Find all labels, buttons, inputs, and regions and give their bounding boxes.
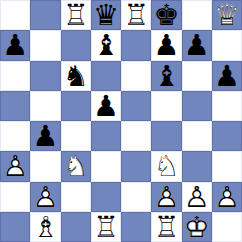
piece-white-bishop: ♗ xyxy=(30,212,60,242)
piece-white-pawn: ♙ xyxy=(0,151,30,181)
piece-white-rook-fill: ♜ xyxy=(61,0,91,30)
square-h7[interactable] xyxy=(212,30,242,60)
piece-white-pawn-fill: ♟ xyxy=(151,182,181,212)
piece-black-pawn: ♟ xyxy=(0,30,30,60)
piece-black-bishop: ♝ xyxy=(151,61,181,91)
square-g7[interactable]: ♟ xyxy=(182,30,212,60)
square-d2[interactable] xyxy=(91,182,121,212)
square-c2[interactable] xyxy=(61,182,91,212)
square-e6[interactable] xyxy=(121,61,151,91)
square-h4[interactable] xyxy=(212,121,242,151)
square-a4[interactable] xyxy=(0,121,30,151)
square-d4[interactable] xyxy=(91,121,121,151)
piece-black-pawn: ♟ xyxy=(91,91,121,121)
square-f6[interactable]: ♝ xyxy=(151,61,181,91)
square-b3[interactable] xyxy=(30,151,60,181)
square-e8[interactable]: ♜♖ xyxy=(121,0,151,30)
square-h6[interactable]: ♟ xyxy=(212,61,242,91)
square-h8[interactable]: ♛♕ xyxy=(212,0,242,30)
piece-white-king-fill: ♚ xyxy=(182,212,212,242)
square-f2[interactable]: ♟♙ xyxy=(151,182,181,212)
piece-white-bishop-fill: ♝ xyxy=(30,212,60,242)
piece-white-rook: ♖ xyxy=(61,0,91,30)
piece-white-pawn: ♙ xyxy=(151,182,181,212)
square-e2[interactable] xyxy=(121,182,151,212)
piece-white-knight: ♘ xyxy=(151,151,181,181)
square-g5[interactable] xyxy=(182,91,212,121)
square-e4[interactable] xyxy=(121,121,151,151)
piece-white-rook: ♖ xyxy=(151,212,181,242)
square-f3[interactable]: ♞♘ xyxy=(151,151,181,181)
piece-white-pawn: ♙ xyxy=(182,182,212,212)
square-g4[interactable] xyxy=(182,121,212,151)
square-d8[interactable]: ♛ xyxy=(91,0,121,30)
piece-white-knight-fill: ♞ xyxy=(61,151,91,181)
square-h3[interactable] xyxy=(212,151,242,181)
square-c6[interactable]: ♞ xyxy=(61,61,91,91)
piece-white-knight: ♘ xyxy=(61,151,91,181)
square-g8[interactable] xyxy=(182,0,212,30)
square-e1[interactable] xyxy=(121,212,151,242)
square-g6[interactable] xyxy=(182,61,212,91)
square-h2[interactable]: ♟♙ xyxy=(212,182,242,212)
square-c4[interactable] xyxy=(61,121,91,151)
piece-black-pawn: ♟ xyxy=(151,30,181,60)
square-a8[interactable] xyxy=(0,0,30,30)
piece-white-pawn-fill: ♟ xyxy=(212,182,242,212)
square-b7[interactable] xyxy=(30,30,60,60)
square-g2[interactable]: ♟♙ xyxy=(182,182,212,212)
piece-white-king: ♔ xyxy=(182,212,212,242)
square-a3[interactable]: ♟♙ xyxy=(0,151,30,181)
square-a5[interactable] xyxy=(0,91,30,121)
piece-white-rook: ♖ xyxy=(121,0,151,30)
square-h5[interactable] xyxy=(212,91,242,121)
square-g1[interactable]: ♚♔ xyxy=(182,212,212,242)
square-c3[interactable]: ♞♘ xyxy=(61,151,91,181)
square-c7[interactable] xyxy=(61,30,91,60)
square-d1[interactable]: ♜♖ xyxy=(91,212,121,242)
piece-black-bishop: ♝ xyxy=(91,30,121,60)
square-c8[interactable]: ♜♖ xyxy=(61,0,91,30)
piece-black-queen: ♛ xyxy=(91,0,121,30)
piece-white-pawn: ♙ xyxy=(212,182,242,212)
piece-white-rook-fill: ♜ xyxy=(121,0,151,30)
square-c1[interactable] xyxy=(61,212,91,242)
square-a7[interactable]: ♟ xyxy=(0,30,30,60)
piece-white-rook: ♖ xyxy=(91,212,121,242)
piece-white-pawn-fill: ♟ xyxy=(182,182,212,212)
square-e5[interactable] xyxy=(121,91,151,121)
piece-white-pawn: ♙ xyxy=(30,182,60,212)
piece-white-queen-fill: ♛ xyxy=(212,0,242,30)
piece-white-knight-fill: ♞ xyxy=(151,151,181,181)
square-b5[interactable] xyxy=(30,91,60,121)
square-e7[interactable] xyxy=(121,30,151,60)
square-b2[interactable]: ♟♙ xyxy=(30,182,60,212)
square-b1[interactable]: ♝♗ xyxy=(30,212,60,242)
square-e3[interactable] xyxy=(121,151,151,181)
piece-black-king: ♚ xyxy=(151,0,181,30)
piece-white-pawn-fill: ♟ xyxy=(30,182,60,212)
piece-black-pawn: ♟ xyxy=(30,121,60,151)
piece-white-rook-fill: ♜ xyxy=(91,212,121,242)
square-g3[interactable] xyxy=(182,151,212,181)
square-a1[interactable] xyxy=(0,212,30,242)
square-f5[interactable] xyxy=(151,91,181,121)
square-f8[interactable]: ♚ xyxy=(151,0,181,30)
square-d5[interactable]: ♟ xyxy=(91,91,121,121)
piece-black-knight: ♞ xyxy=(61,61,91,91)
square-f7[interactable]: ♟ xyxy=(151,30,181,60)
piece-black-pawn: ♟ xyxy=(182,30,212,60)
square-d3[interactable] xyxy=(91,151,121,181)
square-d6[interactable] xyxy=(91,61,121,91)
square-a2[interactable] xyxy=(0,182,30,212)
piece-white-pawn-fill: ♟ xyxy=(0,151,30,181)
square-a6[interactable] xyxy=(0,61,30,91)
piece-white-rook-fill: ♜ xyxy=(151,212,181,242)
square-f4[interactable] xyxy=(151,121,181,151)
chess-board: ♜♖♛♜♖♚♛♕♟♝♟♟♞♝♟♟♟♟♙♞♘♞♘♟♙♟♙♟♙♟♙♝♗♜♖♜♖♚♔ xyxy=(0,0,242,242)
square-b6[interactable] xyxy=(30,61,60,91)
square-d7[interactable]: ♝ xyxy=(91,30,121,60)
square-b8[interactable] xyxy=(30,0,60,30)
square-c5[interactable] xyxy=(61,91,91,121)
piece-black-pawn: ♟ xyxy=(212,61,242,91)
square-h1[interactable] xyxy=(212,212,242,242)
square-b4[interactable]: ♟ xyxy=(30,121,60,151)
piece-white-queen: ♕ xyxy=(212,0,242,30)
square-f1[interactable]: ♜♖ xyxy=(151,212,181,242)
